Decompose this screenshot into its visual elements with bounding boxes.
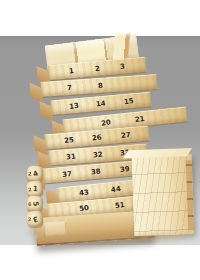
block-number: 3 [120,62,126,71]
tower-reflection [42,234,150,244]
block-number: 43 [79,188,90,197]
block-number: 38 [91,167,102,176]
block-number: 8 [97,81,103,89]
block-number: 25 [63,135,74,144]
block-number: 15 [123,97,134,106]
product-photo: 1 2 3 7 8 13 14 15 20 21 25 26 27 31 32 … [0,0,200,280]
block-number: 31 [66,152,77,161]
die-4: 2 3 [27,211,44,228]
block-number: 21 [134,114,145,123]
block-number: 39 [119,164,130,173]
die-side-number: 2 [28,186,32,192]
block-number: 37 [62,169,73,178]
block-number: 27 [120,130,131,139]
block-number: 14 [96,99,107,108]
block-number: 7 [67,83,73,91]
spare-block-pile [132,154,195,236]
die-front-number: 3 [32,215,39,224]
block-number: 50 [79,203,90,212]
block-number: 44 [110,184,121,193]
die-front-number: 1 [33,185,39,193]
block-number: 13 [68,101,79,110]
dice-stack: 2 4 2 1 6 5 2 3 [27,166,47,226]
die-front-number: 4 [32,169,39,178]
die-side-number: 2 [28,216,32,222]
pile-reflection [137,232,191,241]
block-number: 51 [114,200,125,209]
die-front-number: 5 [31,201,40,207]
block-number: 2 [94,64,100,73]
dice-reflection [28,230,46,236]
block-number: 32 [93,150,104,159]
block-number: 26 [92,133,103,142]
block-number: 20 [101,118,112,127]
die-3: 6 5 [27,196,44,213]
block-number: 1 [68,66,74,75]
